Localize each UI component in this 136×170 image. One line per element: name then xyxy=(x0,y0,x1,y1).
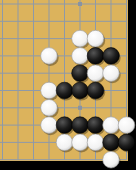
black-stone-S2 xyxy=(103,134,120,151)
white-stone-R6 xyxy=(87,65,104,82)
white-stone-Q8 xyxy=(72,30,89,47)
white-stone-O4 xyxy=(41,100,58,117)
black-stone-R5 xyxy=(87,82,104,99)
white-stone-P2 xyxy=(56,134,73,151)
white-stone-Q7 xyxy=(72,48,89,65)
star-point-Q4 xyxy=(78,106,82,110)
white-stone-R8 xyxy=(87,30,104,47)
white-stone-O5 xyxy=(41,82,58,99)
black-stone-Q5 xyxy=(72,82,89,99)
white-stone-S6 xyxy=(103,65,120,82)
white-stone-O7 xyxy=(41,48,58,65)
white-stone-R2 xyxy=(87,134,104,151)
go-app-screenshot xyxy=(0,0,136,170)
black-stone-P3 xyxy=(56,117,73,134)
black-stone-Q6 xyxy=(72,65,89,82)
white-stone-S1 xyxy=(103,151,120,168)
star-point-Q10 xyxy=(78,2,82,6)
white-stone-O3 xyxy=(41,117,58,134)
black-stone-R3 xyxy=(87,117,104,134)
black-stone-S7 xyxy=(103,48,120,65)
white-stone-S3 xyxy=(103,117,120,134)
black-stone-P5 xyxy=(56,82,73,99)
white-stone-Q2 xyxy=(72,134,89,151)
black-stone-R7 xyxy=(87,48,104,65)
go-board[interactable] xyxy=(0,0,136,170)
white-stone-T3 xyxy=(118,117,135,134)
black-stone-Q3 xyxy=(72,117,89,134)
black-stone-T2 xyxy=(118,134,135,151)
